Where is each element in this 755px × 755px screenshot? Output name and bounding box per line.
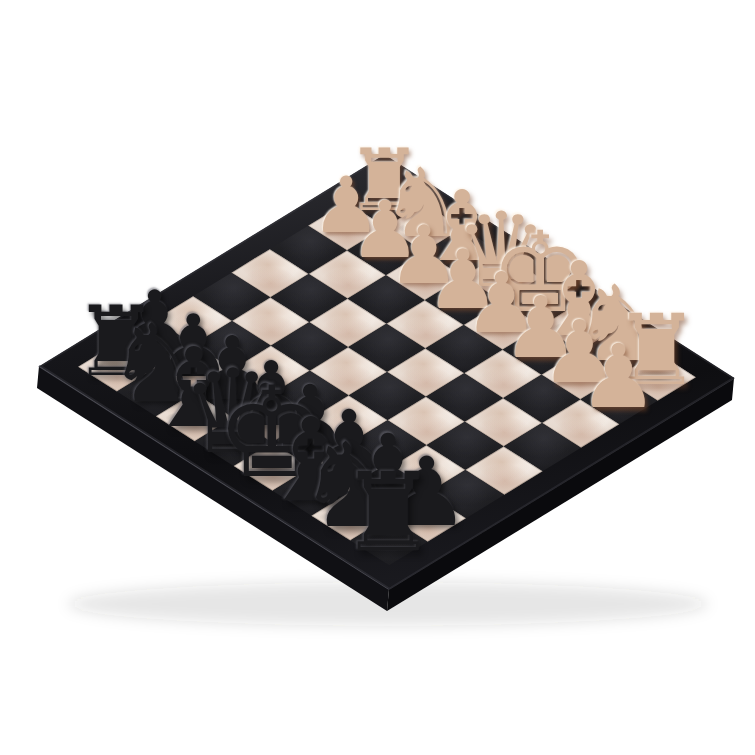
marble-chess-set-photo: ♜♟♞♟♝♟♛♟♚♟♝♟♟♞♜♟♟♜♞♟♟♝♟♛♟♚♟♝♟♞♟♜ xyxy=(0,0,755,755)
piece-black-rook-h8[interactable]: ♜ xyxy=(340,458,438,567)
piece-white-pawn-h2[interactable]: ♟ xyxy=(579,333,658,421)
pieces-layer: ♜♟♞♟♝♟♛♟♚♟♝♟♟♞♜♟♟♜♞♟♟♝♟♛♟♚♟♝♟♞♟♜ xyxy=(0,0,755,755)
